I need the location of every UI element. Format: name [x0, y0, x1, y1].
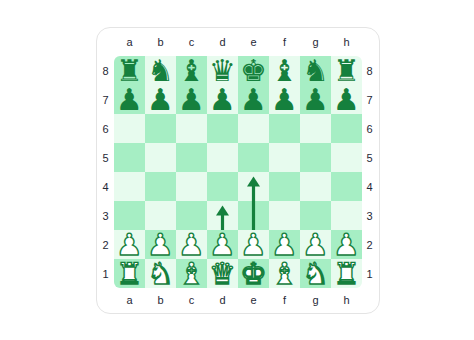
square-h7[interactable]: ♟: [331, 85, 362, 114]
square-a1[interactable]: ♜: [114, 259, 145, 288]
square-d4[interactable]: [207, 172, 238, 201]
black-rook[interactable]: ♜: [116, 56, 143, 85]
white-pawn[interactable]: ♟: [302, 230, 329, 259]
black-knight[interactable]: ♞: [302, 56, 329, 85]
rank-label-3: 3: [360, 201, 379, 230]
black-pawn[interactable]: ♟: [271, 85, 298, 114]
rank-label-3: 3: [97, 201, 114, 230]
square-g4[interactable]: [300, 172, 331, 201]
black-pawn[interactable]: ♟: [302, 85, 329, 114]
rank-label-6: 6: [97, 114, 114, 143]
file-label-b: b: [145, 28, 176, 56]
square-g7[interactable]: ♟: [300, 85, 331, 114]
rank-label-1: 1: [360, 259, 379, 288]
file-label-a: a: [114, 28, 145, 56]
square-d2[interactable]: ♟: [207, 230, 238, 259]
square-b5[interactable]: [145, 143, 176, 172]
square-f4[interactable]: [269, 172, 300, 201]
square-c8[interactable]: ♝: [176, 56, 207, 85]
black-pawn[interactable]: ♟: [209, 85, 236, 114]
rank-labels-right: 87654321: [360, 56, 379, 288]
white-pawn[interactable]: ♟: [116, 230, 143, 259]
square-h3[interactable]: [331, 201, 362, 230]
file-label-d: d: [207, 28, 238, 56]
square-e3[interactable]: [238, 201, 269, 230]
square-f5[interactable]: [269, 143, 300, 172]
square-g3[interactable]: [300, 201, 331, 230]
square-b6[interactable]: [145, 114, 176, 143]
square-h4[interactable]: [331, 172, 362, 201]
square-b4[interactable]: [145, 172, 176, 201]
file-label-f: f: [269, 286, 300, 313]
file-label-e: e: [238, 286, 269, 313]
white-bishop[interactable]: ♝: [178, 259, 205, 288]
black-rook[interactable]: ♜: [333, 56, 360, 85]
square-d7[interactable]: ♟: [207, 85, 238, 114]
square-g8[interactable]: ♞: [300, 56, 331, 85]
square-g1[interactable]: ♞: [300, 259, 331, 288]
square-g5[interactable]: [300, 143, 331, 172]
file-label-c: c: [176, 28, 207, 56]
white-pawn[interactable]: ♟: [271, 230, 298, 259]
square-h6[interactable]: [331, 114, 362, 143]
square-g6[interactable]: [300, 114, 331, 143]
file-labels-top: abcdefgh: [114, 28, 362, 56]
square-f1[interactable]: ♝: [269, 259, 300, 288]
rank-label-2: 2: [360, 230, 379, 259]
file-label-c: c: [176, 286, 207, 313]
white-pawn[interactable]: ♟: [147, 230, 174, 259]
black-knight[interactable]: ♞: [147, 56, 174, 85]
rank-label-4: 4: [360, 172, 379, 201]
square-a8[interactable]: ♜: [114, 56, 145, 85]
square-e8[interactable]: ♚: [238, 56, 269, 85]
white-pawn[interactable]: ♟: [333, 230, 360, 259]
file-label-g: g: [300, 286, 331, 313]
square-b1[interactable]: ♞: [145, 259, 176, 288]
square-f8[interactable]: ♝: [269, 56, 300, 85]
rank-label-7: 7: [360, 85, 379, 114]
square-d6[interactable]: [207, 114, 238, 143]
black-pawn[interactable]: ♟: [147, 85, 174, 114]
rank-label-8: 8: [97, 56, 114, 85]
white-pawn[interactable]: ♟: [209, 230, 236, 259]
square-c2[interactable]: ♟: [176, 230, 207, 259]
square-c5[interactable]: [176, 143, 207, 172]
white-knight[interactable]: ♞: [147, 259, 174, 288]
square-h1[interactable]: ♜: [331, 259, 362, 288]
file-label-a: a: [114, 286, 145, 313]
black-bishop[interactable]: ♝: [271, 56, 298, 85]
square-a4[interactable]: [114, 172, 145, 201]
square-h5[interactable]: [331, 143, 362, 172]
black-pawn[interactable]: ♟: [116, 85, 143, 114]
rank-label-8: 8: [360, 56, 379, 85]
black-queen[interactable]: ♛: [209, 56, 236, 85]
file-label-e: e: [238, 28, 269, 56]
white-rook[interactable]: ♜: [116, 259, 143, 288]
rank-label-6: 6: [360, 114, 379, 143]
square-b3[interactable]: [145, 201, 176, 230]
chess-board-card: abcdefgh abcdefgh 87654321 87654321 ♜♞♝♛…: [96, 27, 380, 314]
square-f2[interactable]: ♟: [269, 230, 300, 259]
square-f3[interactable]: [269, 201, 300, 230]
white-pawn[interactable]: ♟: [240, 230, 267, 259]
file-label-h: h: [331, 28, 362, 56]
square-g2[interactable]: ♟: [300, 230, 331, 259]
square-c6[interactable]: [176, 114, 207, 143]
black-pawn[interactable]: ♟: [333, 85, 360, 114]
square-d3[interactable]: [207, 201, 238, 230]
file-label-b: b: [145, 286, 176, 313]
square-c7[interactable]: ♟: [176, 85, 207, 114]
rank-label-1: 1: [97, 259, 114, 288]
square-e7[interactable]: ♟: [238, 85, 269, 114]
file-label-g: g: [300, 28, 331, 56]
square-b8[interactable]: ♞: [145, 56, 176, 85]
rank-label-5: 5: [97, 143, 114, 172]
square-e4[interactable]: [238, 172, 269, 201]
square-a3[interactable]: [114, 201, 145, 230]
file-labels-bottom: abcdefgh: [114, 286, 362, 313]
square-f6[interactable]: [269, 114, 300, 143]
rank-label-7: 7: [97, 85, 114, 114]
rank-labels-left: 87654321: [97, 56, 114, 288]
square-c4[interactable]: [176, 172, 207, 201]
white-rook[interactable]: ♜: [333, 259, 360, 288]
square-e1[interactable]: ♚: [238, 259, 269, 288]
white-bishop[interactable]: ♝: [271, 259, 298, 288]
black-bishop[interactable]: ♝: [178, 56, 205, 85]
square-a7[interactable]: ♟: [114, 85, 145, 114]
square-e6[interactable]: [238, 114, 269, 143]
file-label-h: h: [331, 286, 362, 313]
white-king[interactable]: ♚: [240, 259, 267, 288]
square-c1[interactable]: ♝: [176, 259, 207, 288]
square-f7[interactable]: ♟: [269, 85, 300, 114]
square-c3[interactable]: [176, 201, 207, 230]
file-label-d: d: [207, 286, 238, 313]
square-d1[interactable]: ♛: [207, 259, 238, 288]
square-e2[interactable]: ♟: [238, 230, 269, 259]
square-d8[interactable]: ♛: [207, 56, 238, 85]
black-king[interactable]: ♚: [240, 56, 267, 85]
square-e5[interactable]: [238, 143, 269, 172]
rank-label-5: 5: [360, 143, 379, 172]
rank-label-2: 2: [97, 230, 114, 259]
file-label-f: f: [269, 28, 300, 56]
square-a6[interactable]: [114, 114, 145, 143]
square-b7[interactable]: ♟: [145, 85, 176, 114]
square-h2[interactable]: ♟: [331, 230, 362, 259]
white-queen[interactable]: ♛: [209, 259, 236, 288]
square-b2[interactable]: ♟: [145, 230, 176, 259]
black-pawn[interactable]: ♟: [240, 85, 267, 114]
rank-label-4: 4: [97, 172, 114, 201]
square-a2[interactable]: ♟: [114, 230, 145, 259]
square-a5[interactable]: [114, 143, 145, 172]
black-pawn[interactable]: ♟: [178, 85, 205, 114]
white-knight[interactable]: ♞: [302, 259, 329, 288]
square-d5[interactable]: [207, 143, 238, 172]
square-h8[interactable]: ♜: [331, 56, 362, 85]
chess-board[interactable]: ♜♞♝♛♚♝♞♜♟♟♟♟♟♟♟♟♟♟♟♟♟♟♟♟♜♞♝♛♚♝♞♜: [114, 56, 362, 288]
white-pawn[interactable]: ♟: [178, 230, 205, 259]
